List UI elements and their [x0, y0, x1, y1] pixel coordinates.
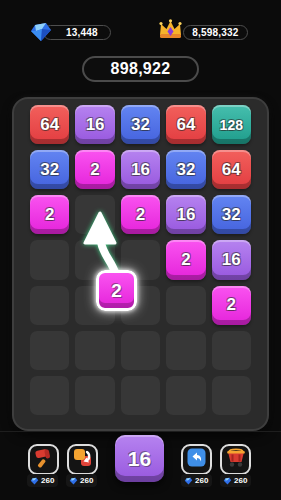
cell-r3c5[interactable]: 32 [212, 195, 251, 234]
trophy-count: 8,598,332 [192, 27, 238, 38]
tile-16: 16 [121, 150, 160, 189]
cell-r6c1[interactable] [30, 331, 69, 370]
gem-icon [29, 22, 53, 46]
swap-cost-badge: 260 [66, 474, 97, 487]
cell-r4c5[interactable]: 16 [212, 240, 251, 279]
cell-r2c3[interactable]: 16 [121, 150, 160, 189]
hammer-cost-badge: 260 [27, 474, 58, 487]
shop-cost: 260 [234, 476, 247, 485]
gems-pill[interactable]: 13,448 [43, 25, 111, 40]
tile-32: 32 [121, 105, 160, 144]
cell-r6c5[interactable] [212, 331, 251, 370]
gem-icon [184, 477, 193, 485]
tile-32: 32 [212, 195, 251, 234]
tile-32: 32 [30, 150, 69, 189]
tile-2: 2 [212, 286, 251, 325]
tile-64: 64 [212, 150, 251, 189]
next-tile-value: 16 [128, 447, 151, 471]
hammer-button[interactable] [28, 444, 59, 475]
shop-cost-badge: 260 [220, 474, 251, 487]
gems-count: 13,448 [66, 27, 98, 38]
swap-icon [72, 447, 93, 472]
cell-r1c1[interactable]: 64 [30, 105, 69, 144]
cell-r1c3[interactable]: 32 [121, 105, 160, 144]
board-grid: 641632641283221632642216322162 [14, 99, 267, 429]
undo-button[interactable] [181, 444, 212, 475]
cell-r7c2[interactable] [75, 376, 114, 415]
cell-r6c3[interactable] [121, 331, 160, 370]
cell-r6c2[interactable] [75, 331, 114, 370]
game-board[interactable]: 641632641283221632642216322162 2 [14, 99, 267, 429]
tile-64: 64 [166, 105, 205, 144]
tile-2: 2 [75, 150, 114, 189]
score-value: 898,922 [111, 60, 171, 78]
tile-2: 2 [166, 240, 205, 279]
cell-r1c2[interactable]: 16 [75, 105, 114, 144]
cell-r3c1[interactable]: 2 [30, 195, 69, 234]
cell-r3c4[interactable]: 16 [166, 195, 205, 234]
cell-r4c1[interactable] [30, 240, 69, 279]
tile-128: 128 [212, 105, 251, 144]
next-tile[interactable]: 16 [115, 435, 164, 482]
hammer-icon [33, 447, 54, 472]
cell-r7c1[interactable] [30, 376, 69, 415]
tile-2: 2 [30, 195, 69, 234]
gem-icon [30, 477, 39, 485]
cell-r5c1[interactable] [30, 286, 69, 325]
tile-16: 16 [75, 105, 114, 144]
cell-r4c4[interactable]: 2 [166, 240, 205, 279]
undo-cost-badge: 260 [181, 474, 212, 487]
trophy-pill: 8,598,332 [183, 25, 248, 40]
active-tile-value: 2 [111, 280, 122, 302]
cell-r5c4[interactable] [166, 286, 205, 325]
tile-16: 16 [166, 195, 205, 234]
cell-r7c5[interactable] [212, 376, 251, 415]
undo-icon [186, 447, 207, 472]
cart-icon [225, 447, 247, 472]
cell-r6c4[interactable] [166, 331, 205, 370]
crown-icon [157, 18, 184, 45]
bottom-divider [0, 431, 281, 432]
gem-icon [69, 477, 78, 485]
undo-cost: 260 [195, 476, 208, 485]
active-tile[interactable]: 2 [96, 270, 137, 311]
swap-button[interactable] [67, 444, 98, 475]
gem-icon [223, 477, 232, 485]
tile-16: 16 [212, 240, 251, 279]
tile-32: 32 [166, 150, 205, 189]
cell-r1c4[interactable]: 64 [166, 105, 205, 144]
cell-r2c4[interactable]: 32 [166, 150, 205, 189]
cell-r1c5[interactable]: 128 [212, 105, 251, 144]
cell-r2c1[interactable]: 32 [30, 150, 69, 189]
hammer-cost: 260 [41, 476, 54, 485]
score-pill: 898,922 [82, 56, 199, 82]
shop-cart-button[interactable] [220, 444, 251, 475]
tile-64: 64 [30, 105, 69, 144]
cell-r7c3[interactable] [121, 376, 160, 415]
cell-r5c5[interactable]: 2 [212, 286, 251, 325]
cell-r2c5[interactable]: 64 [212, 150, 251, 189]
cell-r2c2[interactable]: 2 [75, 150, 114, 189]
swap-cost: 260 [80, 476, 93, 485]
cell-r7c4[interactable] [166, 376, 205, 415]
